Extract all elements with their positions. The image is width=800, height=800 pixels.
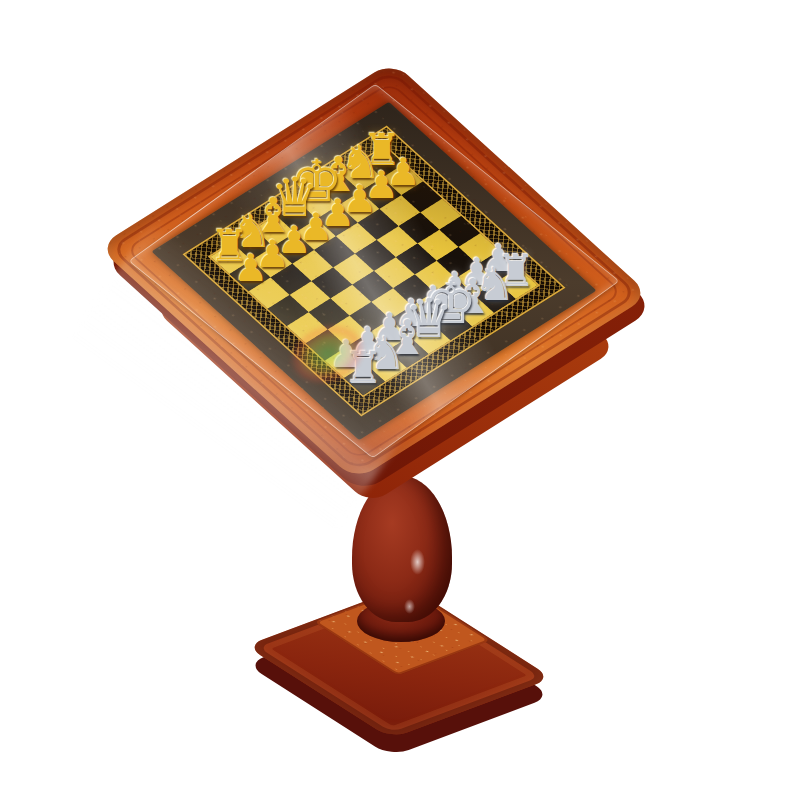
piece-gold-knight: ♞ [346,160,375,189]
silver-pawn-glyph: ♟ [351,324,385,359]
piece-silver-bishop: ♝ [393,337,422,366]
piece-silver-pawn: ♟ [462,266,491,295]
piece-gold-rook: ♜ [368,147,397,176]
silver-rook-glyph: ♜ [497,251,536,291]
piece-gold-bishop: ♝ [324,174,353,203]
gold-queen-glyph: ♛ [271,173,319,223]
gold-knight-glyph: ♞ [231,210,272,252]
gold-bishop-glyph: ♝ [317,152,360,196]
silver-bishop-glyph: ♝ [386,315,429,359]
gold-pawn-glyph: ♟ [234,251,268,286]
piece-silver-pawn: ♟ [375,321,404,350]
piece-gold-pawn: ♟ [389,166,418,195]
silver-bishop-glyph: ♝ [451,274,494,318]
gold-bishop-glyph: ♝ [252,193,295,237]
piece-gold-rook: ♜ [215,243,244,272]
silver-knight-glyph: ♞ [474,263,515,305]
silver-rook-glyph: ♜ [344,347,383,387]
gold-pawn-glyph: ♟ [255,237,289,272]
pieces-layer: ♜♟♟♜♞♟♟♞♝♟♟♝♚♟♟♚♛♟♟♛♝♟♟♝♞♟♟♞♜♟♟♜ [211,147,538,395]
piece-silver-knight: ♞ [480,282,509,311]
piece-silver-queen: ♛ [415,323,444,352]
piece-silver-pawn: ♟ [397,307,426,336]
piece-gold-pawn: ♟ [345,193,374,222]
piece-gold-knight: ♞ [237,229,266,258]
piece-silver-knight: ♞ [371,351,400,380]
silver-pawn-glyph: ♟ [394,296,428,331]
piece-gold-pawn: ♟ [323,207,352,236]
piece-silver-rook: ♜ [502,268,531,297]
table-top: ♜♟♟♜♞♟♟♞♝♟♟♝♚♟♟♚♛♟♟♛♝♟♟♝♞♟♟♞♜♟♟♜ [98,61,650,481]
piece-silver-pawn: ♟ [484,252,513,281]
piece-silver-pawn: ♟ [353,335,382,364]
silver-pawn-glyph: ♟ [460,255,494,290]
gold-rook-glyph: ♜ [362,129,401,169]
piece-gold-bishop: ♝ [259,215,288,244]
silver-pawn-glyph: ♟ [329,338,363,373]
pedestal-column [352,476,452,622]
piece-silver-bishop: ♝ [458,296,487,325]
board-area: ♜♟♟♜♞♟♟♞♝♟♟♝♚♟♟♚♛♟♟♛♝♟♟♝♞♟♟♞♜♟♟♜ [208,145,540,398]
gold-pawn-glyph: ♟ [299,210,333,245]
piece-silver-king: ♚ [436,310,465,339]
gold-pawn-glyph: ♟ [386,155,420,190]
piece-silver-pawn: ♟ [419,294,448,323]
silver-knight-glyph: ♞ [365,332,406,374]
piece-silver-rook: ♜ [349,365,378,394]
gold-pawn-glyph: ♟ [277,223,311,258]
piece-silver-pawn: ♟ [332,348,361,377]
piece-gold-pawn: ♟ [258,248,287,277]
board-border-pattern: ♜♟♟♜♞♟♟♞♝♟♟♝♚♟♟♚♛♟♟♛♝♟♟♝♞♟♟♞♜♟♟♜ [182,125,565,416]
silver-pawn-glyph: ♟ [482,241,516,276]
gold-pawn-glyph: ♟ [343,182,377,217]
silver-pawn-glyph: ♟ [438,269,472,304]
piece-gold-king: ♚ [302,188,331,217]
gold-king-glyph: ♚ [291,154,343,207]
silver-pawn-glyph: ♟ [416,283,450,318]
piece-gold-pawn: ♟ [367,179,396,208]
piece-silver-pawn: ♟ [441,280,470,309]
gold-pawn-glyph: ♟ [321,196,355,231]
gold-rook-glyph: ♜ [210,225,249,265]
piece-gold-pawn: ♟ [302,221,331,250]
gold-knight-glyph: ♞ [340,141,381,183]
silver-queen-glyph: ♛ [405,295,453,345]
piece-gold-pawn: ♟ [236,262,265,291]
silver-king-glyph: ♚ [425,276,477,329]
piece-gold-queen: ♛ [281,202,310,231]
product-stage: ♜♟♟♜♞♟♟♞♝♟♟♝♚♟♟♚♛♟♟♛♝♟♟♝♞♟♟♞♜♟♟♜ [0,0,800,800]
piece-gold-pawn: ♟ [280,234,309,263]
gold-pawn-glyph: ♟ [364,169,398,204]
silver-pawn-glyph: ♟ [373,310,407,345]
